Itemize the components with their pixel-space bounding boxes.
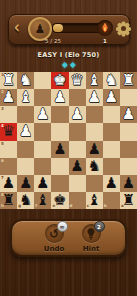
square-e8[interactable]: e♚ <box>51 192 68 209</box>
square-h2[interactable]: 2♟ <box>0 89 17 106</box>
level-progress-fill <box>53 24 63 32</box>
white-pawn[interactable]: ♟ <box>70 107 83 122</box>
undo-count-badge: ∞ <box>57 221 68 232</box>
square-f5[interactable] <box>34 141 51 158</box>
rank-label: 7 <box>1 176 4 180</box>
action-panel: ↺ ∞ Undo 2 Hint <box>10 219 127 257</box>
square-f1[interactable] <box>34 72 51 89</box>
rank-label: 5 <box>1 142 4 146</box>
square-g8[interactable]: g♞ <box>17 192 34 209</box>
square-e2[interactable]: ♟ <box>51 89 68 106</box>
back-button[interactable]: ‹ <box>14 17 20 37</box>
square-f6[interactable] <box>34 158 51 175</box>
square-c8[interactable]: c♝ <box>86 192 103 209</box>
square-e1[interactable]: ♚ <box>51 72 68 89</box>
square-h8[interactable]: 8h♜ <box>0 192 17 209</box>
black-pawn[interactable]: ♟ <box>70 159 83 174</box>
page-indicator <box>0 63 137 67</box>
black-pawn[interactable]: ♟ <box>36 176 49 191</box>
square-g6[interactable] <box>17 158 34 175</box>
white-pawn[interactable]: ♟ <box>105 90 118 105</box>
file-label: f <box>35 204 37 208</box>
square-a2[interactable] <box>120 89 137 106</box>
top-bar: ‹ ♟ 5 / 25 1 <box>8 14 130 45</box>
hint-icon-circle: 2 <box>82 224 101 243</box>
square-b1[interactable]: ♞ <box>103 72 120 89</box>
square-h3[interactable]: 3 <box>0 106 17 123</box>
white-king[interactable]: ♚ <box>53 73 66 88</box>
streak-count: 1 <box>97 38 113 44</box>
square-a8[interactable]: a♜ <box>120 192 137 209</box>
streak-button[interactable] <box>97 20 113 36</box>
square-c3[interactable] <box>86 106 103 123</box>
square-b3[interactable] <box>103 106 120 123</box>
square-e7[interactable] <box>51 175 68 192</box>
file-label: h <box>1 204 4 208</box>
square-h4[interactable]: 4♛ <box>0 123 17 140</box>
file-label: d <box>70 204 73 208</box>
square-e5[interactable]: ♟ <box>51 141 68 158</box>
square-d4[interactable] <box>69 123 86 140</box>
undo-button[interactable]: ↺ ∞ Undo <box>34 224 74 253</box>
white-queen[interactable]: ♛ <box>70 73 83 88</box>
rank-label: 6 <box>1 159 4 163</box>
square-h1[interactable]: 1♜ <box>0 72 17 89</box>
square-a6[interactable] <box>120 158 137 175</box>
square-e6[interactable] <box>51 158 68 175</box>
file-label: e <box>52 204 55 208</box>
square-f4[interactable] <box>34 123 51 140</box>
square-a1[interactable]: ♜ <box>120 72 137 89</box>
square-d7[interactable] <box>69 175 86 192</box>
square-a4[interactable] <box>120 123 137 140</box>
rank-label: 4 <box>1 124 4 128</box>
square-b4[interactable] <box>103 123 120 140</box>
square-d5[interactable] <box>69 141 86 158</box>
page-dot <box>62 62 67 67</box>
square-g1[interactable]: ♞ <box>17 72 34 89</box>
black-pawn[interactable]: ♟ <box>122 176 135 191</box>
square-f8[interactable]: f♝ <box>34 192 51 209</box>
black-knight[interactable]: ♞ <box>87 159 100 174</box>
square-c6[interactable]: ♞ <box>86 158 103 175</box>
rank-label: 2 <box>1 90 4 94</box>
black-pawn[interactable]: ♟ <box>19 176 32 191</box>
square-f3[interactable]: ♟ <box>34 106 51 123</box>
rank-label: 8 <box>1 193 4 197</box>
square-c2[interactable]: ♟ <box>86 89 103 106</box>
square-f7[interactable]: ♟ <box>34 175 51 192</box>
hint-button[interactable]: 2 Hint <box>71 224 111 253</box>
rank-label: 1 <box>1 73 4 77</box>
white-pawn[interactable]: ♟ <box>53 90 66 105</box>
square-h5[interactable]: 5 <box>0 141 17 158</box>
square-d1[interactable]: ♛ <box>69 72 86 89</box>
square-c5[interactable]: ♟ <box>86 141 103 158</box>
square-h6[interactable]: 6 <box>0 158 17 175</box>
white-knight[interactable]: ♞ <box>105 73 118 88</box>
undo-icon-circle: ↺ ∞ <box>45 224 64 243</box>
square-g7[interactable]: ♟ <box>17 175 34 192</box>
hint-label: Hint <box>83 245 100 253</box>
black-pawn[interactable]: ♟ <box>53 142 66 157</box>
square-d8[interactable]: d <box>69 192 86 209</box>
square-g2[interactable]: ♝ <box>17 89 34 106</box>
square-g4[interactable]: ♟ <box>17 123 34 140</box>
square-a3[interactable]: ♟ <box>120 106 137 123</box>
black-bishop[interactable]: ♝ <box>36 193 49 208</box>
square-g5[interactable] <box>17 141 34 158</box>
pawn-icon: ♟ <box>35 23 46 35</box>
square-d6[interactable]: ♟ <box>69 158 86 175</box>
square-d3[interactable]: ♟ <box>69 106 86 123</box>
white-pawn[interactable]: ♟ <box>19 124 32 139</box>
square-b5[interactable] <box>103 141 120 158</box>
square-e3[interactable] <box>51 106 68 123</box>
square-a7[interactable]: ♟ <box>120 175 137 192</box>
file-label: c <box>87 204 89 208</box>
square-h7[interactable]: 7♟ <box>0 175 17 192</box>
black-bishop[interactable]: ♝ <box>87 193 100 208</box>
square-a5[interactable] <box>120 141 137 158</box>
square-b2[interactable]: ♟ <box>103 89 120 106</box>
black-pawn[interactable]: ♟ <box>105 176 118 191</box>
settings-button[interactable] <box>116 21 131 36</box>
flame-icon <box>102 23 109 33</box>
page-dot <box>70 62 75 67</box>
undo-label: Undo <box>44 245 65 253</box>
white-bishop[interactable]: ♝ <box>87 73 100 88</box>
chess-board: 1♜♞♚♛♝♞♜2♟♝♟♟♟3♟♟♟4♛♟5♟♟6♟♞7♟♟♟♟♟8h♜g♞f♝… <box>0 72 137 209</box>
level-progress-text: 5 / 25 <box>35 38 71 44</box>
back-chevron-icon: ‹ <box>14 17 20 37</box>
file-label: b <box>104 204 107 208</box>
file-label: g <box>18 204 21 208</box>
level-title: EASY I (Elo 750) <box>0 51 137 59</box>
white-knight[interactable]: ♞ <box>19 73 32 88</box>
square-e4[interactable] <box>51 123 68 140</box>
square-b7[interactable]: ♟ <box>103 175 120 192</box>
white-pawn[interactable]: ♟ <box>122 107 135 122</box>
white-pawn[interactable]: ♟ <box>36 107 49 122</box>
black-pawn[interactable]: ♟ <box>87 142 100 157</box>
white-rook[interactable]: ♜ <box>122 73 135 88</box>
square-f2[interactable] <box>34 89 51 106</box>
square-d2[interactable] <box>69 89 86 106</box>
hint-count-badge: 2 <box>94 221 105 232</box>
square-c7[interactable] <box>86 175 103 192</box>
white-pawn[interactable]: ♟ <box>87 90 100 105</box>
file-label: a <box>121 204 124 208</box>
square-c4[interactable] <box>86 123 103 140</box>
white-bishop[interactable]: ♝ <box>19 90 32 105</box>
black-king[interactable]: ♚ <box>53 193 66 208</box>
rank-label: 3 <box>1 107 4 111</box>
chess-app-screen: ‹ ♟ 5 / 25 1 EASY I (Elo 750) 1♜♞♚♛♝♞♜2♟… <box>0 0 137 296</box>
square-b8[interactable]: b <box>103 192 120 209</box>
square-g3[interactable] <box>17 106 34 123</box>
square-b6[interactable] <box>103 158 120 175</box>
square-c1[interactable]: ♝ <box>86 72 103 89</box>
